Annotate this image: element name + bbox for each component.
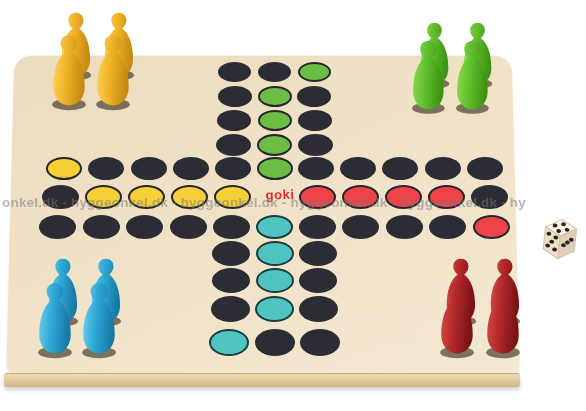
green-pawn[interactable] (452, 38, 493, 115)
pawns-layer (0, 0, 586, 411)
ludo-board-photo: goki onkel.dk - hyggeonkel.dk - hyggeonk… (0, 0, 586, 411)
blue-pawn[interactable] (34, 280, 76, 360)
green-pawn[interactable] (408, 38, 449, 115)
yellow-pawn-body (53, 35, 84, 105)
green-pawn-body (413, 41, 444, 109)
yellow-pawn[interactable] (48, 32, 90, 112)
blue-pawn-body (83, 283, 114, 353)
wooden-die[interactable] (533, 210, 586, 267)
green-pawn-body (457, 41, 488, 109)
red-pawn[interactable] (482, 280, 524, 360)
blue-pawn[interactable] (78, 280, 120, 360)
red-pawn[interactable] (436, 280, 478, 360)
yellow-pawn[interactable] (92, 32, 134, 112)
red-pawn-body (487, 283, 518, 353)
blue-pawn-body (39, 283, 70, 353)
red-pawn-body (441, 283, 472, 353)
yellow-pawn-body (97, 35, 128, 105)
